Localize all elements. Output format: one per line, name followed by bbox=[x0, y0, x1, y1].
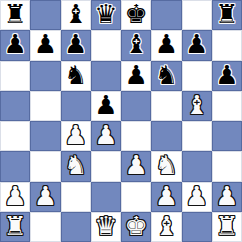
piece-white-rook[interactable]: ♜ bbox=[3, 213, 26, 239]
square-d8[interactable]: ♛ bbox=[91, 0, 121, 30]
chess-board-container: ♜♝♛♚♜♟♟♟♝♟♟♞♟♞♟♟♝♟♟♞♟♞♟♟♟♟♟♜♛♚♝♜ bbox=[0, 0, 242, 242]
square-b6[interactable] bbox=[30, 61, 60, 91]
piece-black-rook[interactable]: ♜ bbox=[3, 1, 26, 27]
square-b3[interactable] bbox=[30, 151, 60, 181]
square-c5[interactable] bbox=[61, 91, 91, 121]
piece-white-pawn[interactable]: ♟ bbox=[155, 183, 178, 209]
square-d5[interactable]: ♟ bbox=[91, 91, 121, 121]
piece-black-pawn[interactable]: ♟ bbox=[94, 92, 117, 118]
piece-white-bishop[interactable]: ♝ bbox=[185, 92, 208, 118]
square-f2[interactable]: ♟ bbox=[151, 182, 181, 212]
piece-white-pawn[interactable]: ♟ bbox=[64, 122, 87, 148]
piece-black-king[interactable]: ♚ bbox=[124, 1, 147, 27]
square-c1[interactable] bbox=[61, 212, 91, 242]
piece-black-pawn[interactable]: ♟ bbox=[124, 62, 147, 88]
square-c3[interactable]: ♞ bbox=[61, 151, 91, 181]
piece-black-queen[interactable]: ♛ bbox=[94, 1, 117, 27]
piece-white-rook[interactable]: ♜ bbox=[215, 213, 238, 239]
square-g7[interactable]: ♟ bbox=[182, 30, 212, 60]
square-b4[interactable] bbox=[30, 121, 60, 151]
square-f1[interactable]: ♝ bbox=[151, 212, 181, 242]
square-d6[interactable] bbox=[91, 61, 121, 91]
piece-white-bishop[interactable]: ♝ bbox=[155, 213, 178, 239]
square-b7[interactable]: ♟ bbox=[30, 30, 60, 60]
square-f8[interactable] bbox=[151, 0, 181, 30]
piece-black-bishop[interactable]: ♝ bbox=[124, 31, 147, 57]
square-e5[interactable] bbox=[121, 91, 151, 121]
square-h3[interactable] bbox=[212, 151, 242, 181]
square-a8[interactable]: ♜ bbox=[0, 0, 30, 30]
square-f3[interactable]: ♞ bbox=[151, 151, 181, 181]
piece-black-bishop[interactable]: ♝ bbox=[64, 1, 87, 27]
piece-white-pawn[interactable]: ♟ bbox=[124, 152, 147, 178]
square-g2[interactable]: ♟ bbox=[182, 182, 212, 212]
square-h1[interactable]: ♜ bbox=[212, 212, 242, 242]
square-g8[interactable] bbox=[182, 0, 212, 30]
square-f7[interactable]: ♟ bbox=[151, 30, 181, 60]
square-g5[interactable]: ♝ bbox=[182, 91, 212, 121]
square-g1[interactable] bbox=[182, 212, 212, 242]
square-a6[interactable] bbox=[0, 61, 30, 91]
chess-board: ♜♝♛♚♜♟♟♟♝♟♟♞♟♞♟♟♝♟♟♞♟♞♟♟♟♟♟♜♛♚♝♜ bbox=[0, 0, 242, 242]
square-e4[interactable] bbox=[121, 121, 151, 151]
piece-white-knight[interactable]: ♞ bbox=[64, 152, 87, 178]
square-d2[interactable] bbox=[91, 182, 121, 212]
square-a3[interactable] bbox=[0, 151, 30, 181]
piece-white-pawn[interactable]: ♟ bbox=[185, 183, 208, 209]
square-h7[interactable] bbox=[212, 30, 242, 60]
piece-black-pawn[interactable]: ♟ bbox=[64, 31, 87, 57]
piece-black-pawn[interactable]: ♟ bbox=[155, 31, 178, 57]
piece-black-knight[interactable]: ♞ bbox=[64, 62, 87, 88]
square-a7[interactable]: ♟ bbox=[0, 30, 30, 60]
square-f5[interactable] bbox=[151, 91, 181, 121]
square-a1[interactable]: ♜ bbox=[0, 212, 30, 242]
square-a2[interactable]: ♟ bbox=[0, 182, 30, 212]
square-h4[interactable] bbox=[212, 121, 242, 151]
square-e1[interactable]: ♚ bbox=[121, 212, 151, 242]
square-d7[interactable] bbox=[91, 30, 121, 60]
square-b5[interactable] bbox=[30, 91, 60, 121]
piece-black-rook[interactable]: ♜ bbox=[215, 1, 238, 27]
piece-white-knight[interactable]: ♞ bbox=[155, 152, 178, 178]
piece-black-pawn[interactable]: ♟ bbox=[215, 62, 238, 88]
piece-white-pawn[interactable]: ♟ bbox=[34, 183, 57, 209]
piece-white-pawn[interactable]: ♟ bbox=[94, 122, 117, 148]
square-a4[interactable] bbox=[0, 121, 30, 151]
square-e6[interactable]: ♟ bbox=[121, 61, 151, 91]
square-e8[interactable]: ♚ bbox=[121, 0, 151, 30]
square-f6[interactable]: ♞ bbox=[151, 61, 181, 91]
square-b1[interactable] bbox=[30, 212, 60, 242]
piece-white-pawn[interactable]: ♟ bbox=[215, 183, 238, 209]
square-f4[interactable] bbox=[151, 121, 181, 151]
square-h5[interactable] bbox=[212, 91, 242, 121]
square-g4[interactable] bbox=[182, 121, 212, 151]
piece-black-pawn[interactable]: ♟ bbox=[34, 31, 57, 57]
square-g3[interactable] bbox=[182, 151, 212, 181]
square-d3[interactable] bbox=[91, 151, 121, 181]
piece-white-king[interactable]: ♚ bbox=[124, 213, 147, 239]
square-h6[interactable]: ♟ bbox=[212, 61, 242, 91]
square-b8[interactable] bbox=[30, 0, 60, 30]
square-c7[interactable]: ♟ bbox=[61, 30, 91, 60]
square-e2[interactable] bbox=[121, 182, 151, 212]
square-c8[interactable]: ♝ bbox=[61, 0, 91, 30]
square-d1[interactable]: ♛ bbox=[91, 212, 121, 242]
square-b2[interactable]: ♟ bbox=[30, 182, 60, 212]
piece-black-knight[interactable]: ♞ bbox=[155, 62, 178, 88]
square-c6[interactable]: ♞ bbox=[61, 61, 91, 91]
piece-white-queen[interactable]: ♛ bbox=[94, 213, 117, 239]
square-a5[interactable] bbox=[0, 91, 30, 121]
square-c2[interactable] bbox=[61, 182, 91, 212]
piece-white-pawn[interactable]: ♟ bbox=[3, 183, 26, 209]
square-e7[interactable]: ♝ bbox=[121, 30, 151, 60]
square-d4[interactable]: ♟ bbox=[91, 121, 121, 151]
square-e3[interactable]: ♟ bbox=[121, 151, 151, 181]
piece-black-pawn[interactable]: ♟ bbox=[3, 31, 26, 57]
square-h8[interactable]: ♜ bbox=[212, 0, 242, 30]
square-c4[interactable]: ♟ bbox=[61, 121, 91, 151]
piece-black-pawn[interactable]: ♟ bbox=[185, 31, 208, 57]
square-h2[interactable]: ♟ bbox=[212, 182, 242, 212]
square-g6[interactable] bbox=[182, 61, 212, 91]
